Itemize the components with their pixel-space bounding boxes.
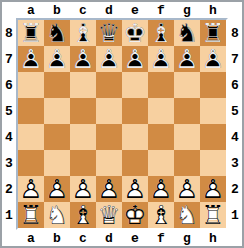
file-label-a: a: [27, 232, 35, 245]
piece-outline-layer: ♙: [122, 176, 148, 202]
rank-label-1: 1: [5, 209, 13, 222]
square-h7[interactable]: ♟♙: [200, 46, 226, 72]
file-label-f: f: [157, 4, 165, 17]
square-a7[interactable]: ♟♙: [18, 46, 44, 72]
square-d5[interactable]: [96, 98, 122, 124]
square-d6[interactable]: [96, 72, 122, 98]
square-f6[interactable]: [148, 72, 174, 98]
square-f2[interactable]: ♟♙: [148, 176, 174, 202]
square-b3[interactable]: [44, 150, 70, 176]
rank-label-7: 7: [5, 53, 13, 66]
square-f1[interactable]: ♝♗: [148, 202, 174, 228]
piece-outline-layer: ♙: [18, 176, 44, 202]
square-e5[interactable]: [122, 98, 148, 124]
square-f7[interactable]: ♟♙: [148, 46, 174, 72]
square-c3[interactable]: [70, 150, 96, 176]
square-g1[interactable]: ♞♘: [174, 202, 200, 228]
square-g3[interactable]: [174, 150, 200, 176]
piece-outline-layer: ♙: [148, 46, 174, 72]
square-d4[interactable]: [96, 124, 122, 150]
white-pawn: ♟♙: [148, 176, 174, 202]
black-bishop: ♝♗: [148, 20, 174, 46]
white-rook: ♜♖: [200, 202, 226, 228]
black-king: ♚♔: [122, 20, 148, 46]
rank-label-5: 5: [231, 105, 239, 118]
piece-outline-layer: ♘: [174, 20, 200, 46]
piece-outline-layer: ♘: [44, 202, 70, 228]
square-b5[interactable]: [44, 98, 70, 124]
rank-label-8: 8: [231, 27, 239, 40]
piece-outline-layer: ♘: [174, 202, 200, 228]
square-f8[interactable]: ♝♗: [148, 20, 174, 46]
file-label-d: d: [105, 4, 113, 17]
white-king: ♚♔: [122, 202, 148, 228]
square-d1[interactable]: ♛♕: [96, 202, 122, 228]
black-knight: ♞♘: [44, 20, 70, 46]
piece-outline-layer: ♖: [200, 20, 226, 46]
square-h1[interactable]: ♜♖: [200, 202, 226, 228]
square-b8[interactable]: ♞♘: [44, 20, 70, 46]
square-b2[interactable]: ♟♙: [44, 176, 70, 202]
piece-outline-layer: ♘: [44, 20, 70, 46]
rank-label-3: 3: [231, 157, 239, 170]
rank-label-7: 7: [231, 53, 239, 66]
square-h8[interactable]: ♜♖: [200, 20, 226, 46]
file-label-c: c: [79, 232, 87, 245]
piece-outline-layer: ♔: [122, 202, 148, 228]
piece-outline-layer: ♔: [122, 20, 148, 46]
rank-label-8: 8: [5, 27, 13, 40]
chess-board-diagram: abcdefgh 87654321 ♜♖♞♘♝♗♛♕♚♔♝♗♞♘♜♖♟♙♟♙♟♙…: [0, 0, 244, 248]
white-knight: ♞♘: [174, 202, 200, 228]
piece-outline-layer: ♙: [44, 46, 70, 72]
square-e7[interactable]: ♟♙: [122, 46, 148, 72]
piece-outline-layer: ♙: [44, 176, 70, 202]
black-pawn: ♟♙: [18, 46, 44, 72]
file-label-a: a: [27, 4, 35, 17]
piece-outline-layer: ♙: [174, 176, 200, 202]
file-label-g: g: [183, 4, 191, 17]
piece-outline-layer: ♙: [200, 176, 226, 202]
piece-outline-layer: ♙: [18, 46, 44, 72]
square-h3[interactable]: [200, 150, 226, 176]
piece-outline-layer: ♙: [70, 46, 96, 72]
square-b7[interactable]: ♟♙: [44, 46, 70, 72]
white-pawn: ♟♙: [174, 176, 200, 202]
black-bishop: ♝♗: [70, 20, 96, 46]
rank-label-6: 6: [5, 79, 13, 92]
square-h6[interactable]: [200, 72, 226, 98]
square-c5[interactable]: [70, 98, 96, 124]
piece-outline-layer: ♕: [96, 202, 122, 228]
rank-labels-right: 87654321: [228, 18, 242, 230]
black-rook: ♜♖: [18, 20, 44, 46]
piece-outline-layer: ♖: [200, 202, 226, 228]
piece-outline-layer: ♗: [148, 20, 174, 46]
white-pawn: ♟♙: [96, 176, 122, 202]
rank-label-2: 2: [5, 183, 13, 196]
square-c2[interactable]: ♟♙: [70, 176, 96, 202]
square-b1[interactable]: ♞♘: [44, 202, 70, 228]
square-e6[interactable]: [122, 72, 148, 98]
square-c4[interactable]: [70, 124, 96, 150]
file-label-e: e: [131, 4, 139, 17]
file-label-g: g: [183, 232, 191, 245]
rank-label-6: 6: [231, 79, 239, 92]
square-d2[interactable]: ♟♙: [96, 176, 122, 202]
white-queen: ♛♕: [96, 202, 122, 228]
chess-board: ♜♖♞♘♝♗♛♕♚♔♝♗♞♘♜♖♟♙♟♙♟♙♟♙♟♙♟♙♟♙♟♙♟♙♟♙♟♙♟♙…: [16, 18, 228, 230]
square-a5[interactable]: [18, 98, 44, 124]
black-pawn: ♟♙: [122, 46, 148, 72]
black-pawn: ♟♙: [174, 46, 200, 72]
square-b6[interactable]: [44, 72, 70, 98]
square-c8[interactable]: ♝♗: [70, 20, 96, 46]
white-pawn: ♟♙: [122, 176, 148, 202]
white-knight: ♞♘: [44, 202, 70, 228]
square-g8[interactable]: ♞♘: [174, 20, 200, 46]
square-g2[interactable]: ♟♙: [174, 176, 200, 202]
white-pawn: ♟♙: [18, 176, 44, 202]
piece-outline-layer: ♗: [148, 202, 174, 228]
piece-outline-layer: ♗: [70, 20, 96, 46]
rank-label-4: 4: [5, 131, 13, 144]
rank-labels-left: 87654321: [2, 18, 16, 230]
square-h2[interactable]: ♟♙: [200, 176, 226, 202]
white-pawn: ♟♙: [200, 176, 226, 202]
black-queen: ♛♕: [96, 20, 122, 46]
piece-outline-layer: ♙: [122, 46, 148, 72]
piece-outline-layer: ♕: [96, 20, 122, 46]
square-h4[interactable]: [200, 124, 226, 150]
square-e3[interactable]: [122, 150, 148, 176]
piece-outline-layer: ♗: [70, 202, 96, 228]
white-bishop: ♝♗: [70, 202, 96, 228]
square-f4[interactable]: [148, 124, 174, 150]
file-label-f: f: [157, 232, 165, 245]
black-rook: ♜♖: [200, 20, 226, 46]
rank-label-5: 5: [5, 105, 13, 118]
square-e4[interactable]: [122, 124, 148, 150]
piece-outline-layer: ♖: [18, 202, 44, 228]
square-a8[interactable]: ♜♖: [18, 20, 44, 46]
white-pawn: ♟♙: [44, 176, 70, 202]
black-pawn: ♟♙: [70, 46, 96, 72]
square-g6[interactable]: [174, 72, 200, 98]
file-label-b: b: [53, 232, 61, 245]
file-label-d: d: [105, 232, 113, 245]
white-bishop: ♝♗: [148, 202, 174, 228]
square-g7[interactable]: ♟♙: [174, 46, 200, 72]
square-c6[interactable]: [70, 72, 96, 98]
rank-label-4: 4: [231, 131, 239, 144]
rank-label-1: 1: [231, 209, 239, 222]
piece-outline-layer: ♙: [148, 176, 174, 202]
piece-outline-layer: ♖: [18, 20, 44, 46]
square-c1[interactable]: ♝♗: [70, 202, 96, 228]
black-pawn: ♟♙: [44, 46, 70, 72]
square-f5[interactable]: [148, 98, 174, 124]
piece-outline-layer: ♙: [70, 176, 96, 202]
square-a2[interactable]: ♟♙: [18, 176, 44, 202]
square-d8[interactable]: ♛♕: [96, 20, 122, 46]
piece-outline-layer: ♙: [96, 176, 122, 202]
square-g5[interactable]: [174, 98, 200, 124]
square-a4[interactable]: [18, 124, 44, 150]
piece-outline-layer: ♙: [96, 46, 122, 72]
square-e2[interactable]: ♟♙: [122, 176, 148, 202]
file-label-b: b: [53, 4, 61, 17]
square-a6[interactable]: [18, 72, 44, 98]
file-label-h: h: [209, 232, 217, 245]
file-label-e: e: [131, 232, 139, 245]
white-pawn: ♟♙: [70, 176, 96, 202]
square-e1[interactable]: ♚♔: [122, 202, 148, 228]
square-e8[interactable]: ♚♔: [122, 20, 148, 46]
rank-label-2: 2: [231, 183, 239, 196]
file-labels-bottom: abcdefgh: [16, 230, 228, 246]
piece-outline-layer: ♙: [174, 46, 200, 72]
black-knight: ♞♘: [174, 20, 200, 46]
piece-outline-layer: ♙: [200, 46, 226, 72]
square-g4[interactable]: [174, 124, 200, 150]
square-f3[interactable]: [148, 150, 174, 176]
file-label-c: c: [79, 4, 87, 17]
square-h5[interactable]: [200, 98, 226, 124]
black-pawn: ♟♙: [148, 46, 174, 72]
black-pawn: ♟♙: [200, 46, 226, 72]
square-d7[interactable]: ♟♙: [96, 46, 122, 72]
square-a3[interactable]: [18, 150, 44, 176]
square-b4[interactable]: [44, 124, 70, 150]
rank-label-3: 3: [5, 157, 13, 170]
square-c7[interactable]: ♟♙: [70, 46, 96, 72]
file-label-h: h: [209, 4, 217, 17]
file-labels-top: abcdefgh: [16, 2, 228, 18]
square-a1[interactable]: ♜♖: [18, 202, 44, 228]
square-d3[interactable]: [96, 150, 122, 176]
black-pawn: ♟♙: [96, 46, 122, 72]
white-rook: ♜♖: [18, 202, 44, 228]
